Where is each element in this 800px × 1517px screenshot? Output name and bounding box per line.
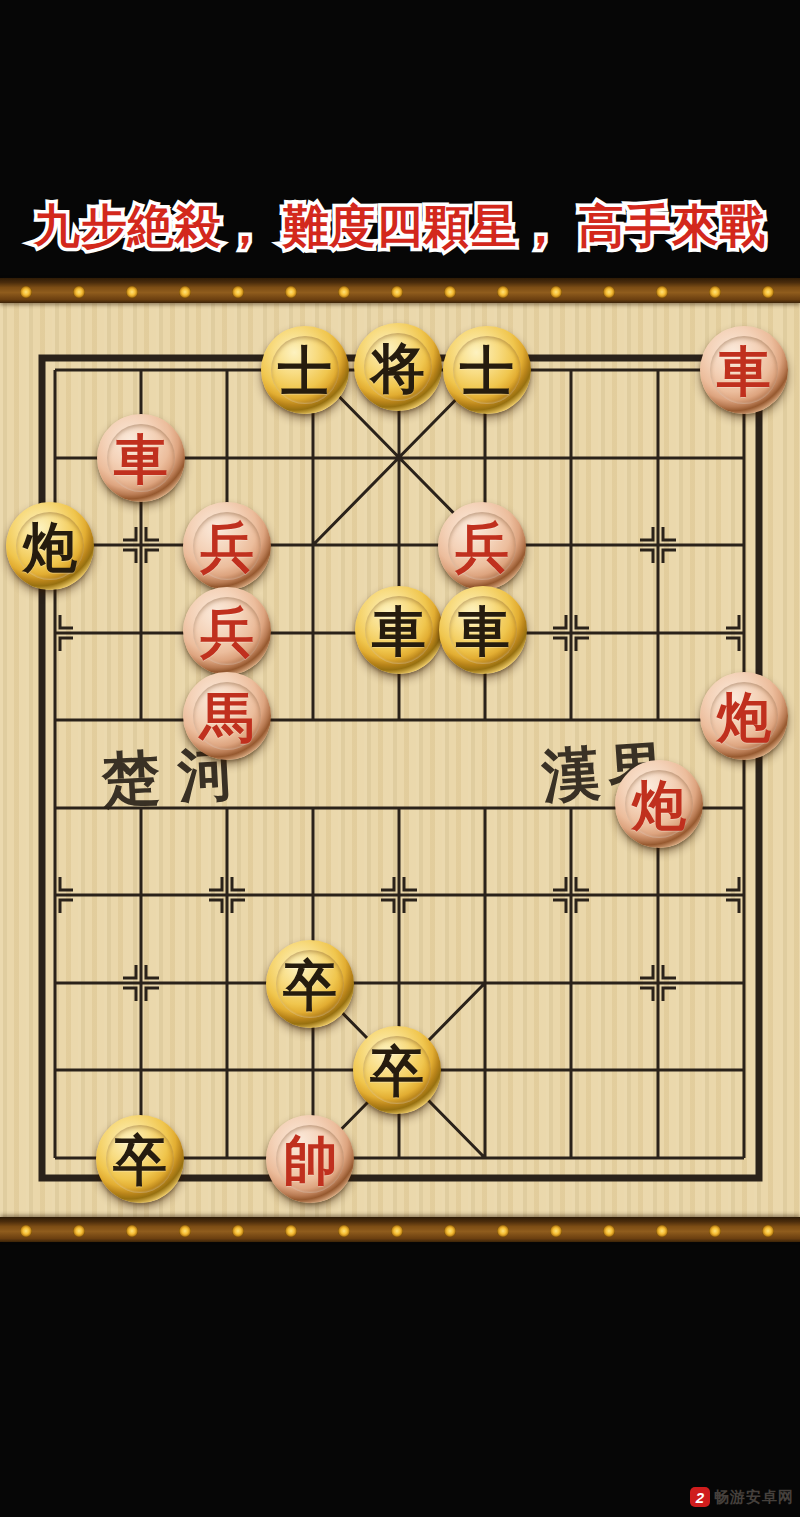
piece-character: 炮 <box>717 690 771 744</box>
piece-character: 車 <box>114 432 168 486</box>
piece-character: 兵 <box>200 605 254 659</box>
piece-black-pawn-c[interactable]: 卒 <box>96 1115 184 1203</box>
piece-character: 炮 <box>632 778 686 832</box>
piece-red-chariot-right[interactable]: 車 <box>700 326 788 414</box>
piece-character: 帥 <box>283 1133 337 1187</box>
title-banner: 九步絶殺， 難度四顆星， 高手來戰 九步絶殺， 難度四顆星， 高手來戰 <box>0 194 800 266</box>
piece-red-pawn-c[interactable]: 兵 <box>183 587 271 675</box>
board-panel: 楚河 漢界 士将士車車炮兵兵兵車車馬炮炮卒卒卒帥 <box>0 278 800 1242</box>
piece-red-general[interactable]: 帥 <box>266 1115 354 1203</box>
piece-character: 士 <box>278 344 332 398</box>
piece-character: 卒 <box>283 958 337 1012</box>
piece-character: 車 <box>372 604 426 658</box>
piece-character: 車 <box>717 344 771 398</box>
piece-character: 卒 <box>370 1044 424 1098</box>
piece-character: 兵 <box>200 520 254 574</box>
piece-red-pawn-b[interactable]: 兵 <box>438 502 526 590</box>
watermark: 2 畅游安卓网 <box>690 1485 794 1509</box>
piece-character: 車 <box>456 604 510 658</box>
piece-red-cannon-a[interactable]: 炮 <box>700 672 788 760</box>
page-title: 九步絶殺， 難度四顆星， 高手來戰 <box>0 194 800 258</box>
piece-layer[interactable]: 士将士車車炮兵兵兵車車馬炮炮卒卒卒帥 <box>12 326 786 1201</box>
piece-black-pawn-b[interactable]: 卒 <box>353 1026 441 1114</box>
piece-red-chariot-left[interactable]: 車 <box>97 414 185 502</box>
piece-red-cannon-b[interactable]: 炮 <box>615 760 703 848</box>
piece-black-pawn-a[interactable]: 卒 <box>266 940 354 1028</box>
piece-black-advisor-right[interactable]: 士 <box>443 326 531 414</box>
piece-character: 馬 <box>200 690 254 744</box>
piece-character: 将 <box>371 341 425 395</box>
piece-character: 士 <box>460 344 514 398</box>
piece-black-chariot-a[interactable]: 車 <box>355 586 443 674</box>
watermark-app-icon: 2 <box>690 1487 710 1507</box>
piece-black-chariot-b[interactable]: 車 <box>439 586 527 674</box>
piece-black-general[interactable]: 将 <box>354 323 442 411</box>
watermark-text: 畅游安卓网 <box>714 1488 794 1507</box>
piece-red-pawn-a[interactable]: 兵 <box>183 502 271 590</box>
piece-red-horse[interactable]: 馬 <box>183 672 271 760</box>
piece-black-cannon[interactable]: 炮 <box>6 502 94 590</box>
piece-black-advisor-left[interactable]: 士 <box>261 326 349 414</box>
piece-character: 兵 <box>455 520 509 574</box>
piece-character: 炮 <box>23 520 77 574</box>
piece-character: 卒 <box>113 1133 167 1187</box>
